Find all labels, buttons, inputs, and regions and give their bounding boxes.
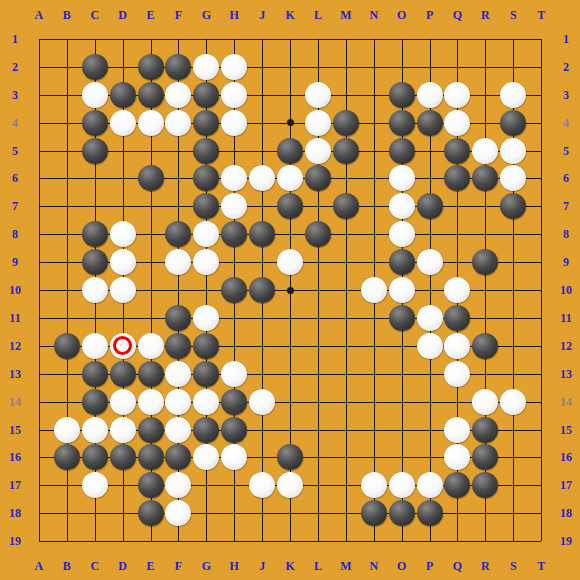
intersection-Q19[interactable]	[443, 527, 471, 555]
intersection-G14[interactable]	[192, 388, 220, 416]
intersection-P3[interactable]	[416, 81, 444, 109]
intersection-H9[interactable]	[220, 248, 248, 276]
intersection-A6[interactable]	[25, 164, 53, 192]
intersection-G17[interactable]	[192, 471, 220, 499]
intersection-A18[interactable]	[25, 499, 53, 527]
intersection-O10[interactable]	[388, 276, 416, 304]
intersection-M13[interactable]	[332, 360, 360, 388]
intersection-N18[interactable]	[360, 499, 388, 527]
intersection-S18[interactable]	[499, 499, 527, 527]
intersection-B13[interactable]	[53, 360, 81, 388]
intersection-B3[interactable]	[53, 81, 81, 109]
intersection-D14[interactable]	[109, 388, 137, 416]
intersection-C9[interactable]	[81, 248, 109, 276]
intersection-J12[interactable]	[248, 332, 276, 360]
intersection-G4[interactable]	[192, 109, 220, 137]
intersection-G3[interactable]	[192, 81, 220, 109]
intersection-R14[interactable]	[471, 388, 499, 416]
intersection-L11[interactable]	[304, 304, 332, 332]
intersection-J9[interactable]	[248, 248, 276, 276]
intersection-R5[interactable]	[471, 137, 499, 165]
intersection-M19[interactable]	[332, 527, 360, 555]
intersection-S12[interactable]	[499, 332, 527, 360]
intersection-B12[interactable]	[53, 332, 81, 360]
intersection-K5[interactable]	[276, 137, 304, 165]
intersection-B7[interactable]	[53, 192, 81, 220]
intersection-O12[interactable]	[388, 332, 416, 360]
intersection-R4[interactable]	[471, 109, 499, 137]
intersection-T3[interactable]	[527, 81, 555, 109]
intersection-L12[interactable]	[304, 332, 332, 360]
intersection-J17[interactable]	[248, 471, 276, 499]
intersection-T2[interactable]	[527, 53, 555, 81]
intersection-E8[interactable]	[137, 220, 165, 248]
intersection-K12[interactable]	[276, 332, 304, 360]
intersection-E10[interactable]	[137, 276, 165, 304]
intersection-K15[interactable]	[276, 416, 304, 444]
intersection-Q17[interactable]	[443, 471, 471, 499]
intersection-M6[interactable]	[332, 164, 360, 192]
intersection-L19[interactable]	[304, 527, 332, 555]
intersection-E2[interactable]	[137, 53, 165, 81]
intersection-G8[interactable]	[192, 220, 220, 248]
intersection-B11[interactable]	[53, 304, 81, 332]
intersection-R1[interactable]	[471, 25, 499, 53]
intersection-N10[interactable]	[360, 276, 388, 304]
intersection-O5[interactable]	[388, 137, 416, 165]
intersection-M11[interactable]	[332, 304, 360, 332]
intersection-L7[interactable]	[304, 192, 332, 220]
intersection-J11[interactable]	[248, 304, 276, 332]
intersection-N1[interactable]	[360, 25, 388, 53]
intersection-Q5[interactable]	[443, 137, 471, 165]
intersection-L10[interactable]	[304, 276, 332, 304]
intersection-M3[interactable]	[332, 81, 360, 109]
intersection-R16[interactable]	[471, 443, 499, 471]
intersection-T11[interactable]	[527, 304, 555, 332]
intersection-L17[interactable]	[304, 471, 332, 499]
intersection-G19[interactable]	[192, 527, 220, 555]
intersection-Q2[interactable]	[443, 53, 471, 81]
intersection-E9[interactable]	[137, 248, 165, 276]
intersection-D5[interactable]	[109, 137, 137, 165]
intersection-S15[interactable]	[499, 416, 527, 444]
intersection-M15[interactable]	[332, 416, 360, 444]
intersection-J4[interactable]	[248, 109, 276, 137]
intersection-M1[interactable]	[332, 25, 360, 53]
intersection-H8[interactable]	[220, 220, 248, 248]
intersection-M7[interactable]	[332, 192, 360, 220]
intersection-F15[interactable]	[164, 416, 192, 444]
intersection-G1[interactable]	[192, 25, 220, 53]
intersection-E4[interactable]	[137, 109, 165, 137]
intersection-B9[interactable]	[53, 248, 81, 276]
intersection-E12[interactable]	[137, 332, 165, 360]
intersection-D2[interactable]	[109, 53, 137, 81]
intersection-O11[interactable]	[388, 304, 416, 332]
intersection-R9[interactable]	[471, 248, 499, 276]
intersection-S5[interactable]	[499, 137, 527, 165]
intersection-P6[interactable]	[416, 164, 444, 192]
intersection-D7[interactable]	[109, 192, 137, 220]
intersection-N15[interactable]	[360, 416, 388, 444]
intersection-D16[interactable]	[109, 443, 137, 471]
intersection-T16[interactable]	[527, 443, 555, 471]
intersection-D4[interactable]	[109, 109, 137, 137]
intersection-O3[interactable]	[388, 81, 416, 109]
intersection-J18[interactable]	[248, 499, 276, 527]
intersection-C13[interactable]	[81, 360, 109, 388]
intersection-B17[interactable]	[53, 471, 81, 499]
intersection-M2[interactable]	[332, 53, 360, 81]
intersection-O19[interactable]	[388, 527, 416, 555]
intersection-N5[interactable]	[360, 137, 388, 165]
intersection-L3[interactable]	[304, 81, 332, 109]
intersection-H6[interactable]	[220, 164, 248, 192]
intersection-J14[interactable]	[248, 388, 276, 416]
intersection-P15[interactable]	[416, 416, 444, 444]
intersection-N2[interactable]	[360, 53, 388, 81]
intersection-A11[interactable]	[25, 304, 53, 332]
intersection-B15[interactable]	[53, 416, 81, 444]
intersection-E13[interactable]	[137, 360, 165, 388]
intersection-J1[interactable]	[248, 25, 276, 53]
intersection-Q16[interactable]	[443, 443, 471, 471]
intersection-E15[interactable]	[137, 416, 165, 444]
intersection-O14[interactable]	[388, 388, 416, 416]
intersection-J3[interactable]	[248, 81, 276, 109]
intersection-H12[interactable]	[220, 332, 248, 360]
intersection-G13[interactable]	[192, 360, 220, 388]
intersection-A19[interactable]	[25, 527, 53, 555]
intersection-C18[interactable]	[81, 499, 109, 527]
intersection-P16[interactable]	[416, 443, 444, 471]
intersection-J6[interactable]	[248, 164, 276, 192]
intersection-D10[interactable]	[109, 276, 137, 304]
intersection-C5[interactable]	[81, 137, 109, 165]
intersection-A7[interactable]	[25, 192, 53, 220]
intersection-C10[interactable]	[81, 276, 109, 304]
intersection-L8[interactable]	[304, 220, 332, 248]
intersection-F11[interactable]	[164, 304, 192, 332]
intersection-A15[interactable]	[25, 416, 53, 444]
intersection-O15[interactable]	[388, 416, 416, 444]
intersection-N7[interactable]	[360, 192, 388, 220]
intersection-S7[interactable]	[499, 192, 527, 220]
intersection-H19[interactable]	[220, 527, 248, 555]
intersection-D18[interactable]	[109, 499, 137, 527]
intersection-B1[interactable]	[53, 25, 81, 53]
intersection-A2[interactable]	[25, 53, 53, 81]
intersection-O2[interactable]	[388, 53, 416, 81]
intersection-D6[interactable]	[109, 164, 137, 192]
intersection-D9[interactable]	[109, 248, 137, 276]
intersection-A14[interactable]	[25, 388, 53, 416]
intersection-C12[interactable]	[81, 332, 109, 360]
intersection-K19[interactable]	[276, 527, 304, 555]
intersection-G10[interactable]	[192, 276, 220, 304]
intersection-E11[interactable]	[137, 304, 165, 332]
intersection-L4[interactable]	[304, 109, 332, 137]
intersection-Q12[interactable]	[443, 332, 471, 360]
intersection-Q4[interactable]	[443, 109, 471, 137]
intersection-K4[interactable]	[276, 109, 304, 137]
intersection-S3[interactable]	[499, 81, 527, 109]
intersection-N6[interactable]	[360, 164, 388, 192]
intersection-N11[interactable]	[360, 304, 388, 332]
intersection-P19[interactable]	[416, 527, 444, 555]
intersection-P4[interactable]	[416, 109, 444, 137]
intersection-P13[interactable]	[416, 360, 444, 388]
intersection-K17[interactable]	[276, 471, 304, 499]
intersection-G9[interactable]	[192, 248, 220, 276]
intersection-M16[interactable]	[332, 443, 360, 471]
intersection-E5[interactable]	[137, 137, 165, 165]
intersection-Q9[interactable]	[443, 248, 471, 276]
intersection-B2[interactable]	[53, 53, 81, 81]
intersection-S10[interactable]	[499, 276, 527, 304]
intersection-M10[interactable]	[332, 276, 360, 304]
intersection-P10[interactable]	[416, 276, 444, 304]
intersection-H14[interactable]	[220, 388, 248, 416]
intersection-M4[interactable]	[332, 109, 360, 137]
intersection-Q18[interactable]	[443, 499, 471, 527]
intersection-C2[interactable]	[81, 53, 109, 81]
intersection-G15[interactable]	[192, 416, 220, 444]
intersection-F3[interactable]	[164, 81, 192, 109]
intersection-J7[interactable]	[248, 192, 276, 220]
intersection-T17[interactable]	[527, 471, 555, 499]
intersection-R6[interactable]	[471, 164, 499, 192]
intersection-S2[interactable]	[499, 53, 527, 81]
intersection-O17[interactable]	[388, 471, 416, 499]
intersection-P17[interactable]	[416, 471, 444, 499]
intersection-O18[interactable]	[388, 499, 416, 527]
intersection-Q3[interactable]	[443, 81, 471, 109]
intersection-R19[interactable]	[471, 527, 499, 555]
intersection-L13[interactable]	[304, 360, 332, 388]
intersection-R15[interactable]	[471, 416, 499, 444]
intersection-D1[interactable]	[109, 25, 137, 53]
intersection-J16[interactable]	[248, 443, 276, 471]
intersection-K7[interactable]	[276, 192, 304, 220]
intersection-H18[interactable]	[220, 499, 248, 527]
intersection-C8[interactable]	[81, 220, 109, 248]
intersection-M18[interactable]	[332, 499, 360, 527]
intersection-E1[interactable]	[137, 25, 165, 53]
intersection-S6[interactable]	[499, 164, 527, 192]
intersection-O4[interactable]	[388, 109, 416, 137]
intersection-O8[interactable]	[388, 220, 416, 248]
intersection-H16[interactable]	[220, 443, 248, 471]
intersection-F10[interactable]	[164, 276, 192, 304]
intersection-H5[interactable]	[220, 137, 248, 165]
intersection-Q11[interactable]	[443, 304, 471, 332]
intersection-S1[interactable]	[499, 25, 527, 53]
intersection-Q6[interactable]	[443, 164, 471, 192]
intersection-F17[interactable]	[164, 471, 192, 499]
intersection-G11[interactable]	[192, 304, 220, 332]
intersection-J8[interactable]	[248, 220, 276, 248]
intersection-S9[interactable]	[499, 248, 527, 276]
intersection-T1[interactable]	[527, 25, 555, 53]
intersection-C15[interactable]	[81, 416, 109, 444]
intersection-L5[interactable]	[304, 137, 332, 165]
intersection-F18[interactable]	[164, 499, 192, 527]
intersection-S16[interactable]	[499, 443, 527, 471]
intersection-R3[interactable]	[471, 81, 499, 109]
intersection-H17[interactable]	[220, 471, 248, 499]
intersection-T14[interactable]	[527, 388, 555, 416]
intersection-C11[interactable]	[81, 304, 109, 332]
intersection-O6[interactable]	[388, 164, 416, 192]
intersection-N13[interactable]	[360, 360, 388, 388]
intersection-R10[interactable]	[471, 276, 499, 304]
intersection-T12[interactable]	[527, 332, 555, 360]
intersection-R11[interactable]	[471, 304, 499, 332]
intersection-B6[interactable]	[53, 164, 81, 192]
intersection-M5[interactable]	[332, 137, 360, 165]
intersection-R18[interactable]	[471, 499, 499, 527]
intersection-A13[interactable]	[25, 360, 53, 388]
intersection-M17[interactable]	[332, 471, 360, 499]
intersection-R2[interactable]	[471, 53, 499, 81]
intersection-C17[interactable]	[81, 471, 109, 499]
intersection-F16[interactable]	[164, 443, 192, 471]
intersection-K8[interactable]	[276, 220, 304, 248]
intersection-K6[interactable]	[276, 164, 304, 192]
intersection-M12[interactable]	[332, 332, 360, 360]
intersection-R8[interactable]	[471, 220, 499, 248]
intersection-T8[interactable]	[527, 220, 555, 248]
intersection-G5[interactable]	[192, 137, 220, 165]
intersection-S13[interactable]	[499, 360, 527, 388]
intersection-P11[interactable]	[416, 304, 444, 332]
intersection-J10[interactable]	[248, 276, 276, 304]
intersection-N14[interactable]	[360, 388, 388, 416]
intersection-G16[interactable]	[192, 443, 220, 471]
intersection-T5[interactable]	[527, 137, 555, 165]
intersection-N12[interactable]	[360, 332, 388, 360]
intersection-Q10[interactable]	[443, 276, 471, 304]
intersection-T15[interactable]	[527, 416, 555, 444]
intersection-C14[interactable]	[81, 388, 109, 416]
intersection-F14[interactable]	[164, 388, 192, 416]
intersection-P7[interactable]	[416, 192, 444, 220]
intersection-M14[interactable]	[332, 388, 360, 416]
intersection-A8[interactable]	[25, 220, 53, 248]
intersection-K9[interactable]	[276, 248, 304, 276]
intersection-B10[interactable]	[53, 276, 81, 304]
intersection-L6[interactable]	[304, 164, 332, 192]
intersection-E17[interactable]	[137, 471, 165, 499]
intersection-M9[interactable]	[332, 248, 360, 276]
intersection-K3[interactable]	[276, 81, 304, 109]
intersection-C6[interactable]	[81, 164, 109, 192]
intersection-B14[interactable]	[53, 388, 81, 416]
intersection-P12[interactable]	[416, 332, 444, 360]
intersection-J19[interactable]	[248, 527, 276, 555]
intersection-G6[interactable]	[192, 164, 220, 192]
intersection-O13[interactable]	[388, 360, 416, 388]
intersection-C4[interactable]	[81, 109, 109, 137]
intersection-R7[interactable]	[471, 192, 499, 220]
intersection-C16[interactable]	[81, 443, 109, 471]
intersection-E14[interactable]	[137, 388, 165, 416]
intersection-L18[interactable]	[304, 499, 332, 527]
intersection-C19[interactable]	[81, 527, 109, 555]
intersection-E18[interactable]	[137, 499, 165, 527]
intersection-S14[interactable]	[499, 388, 527, 416]
intersection-D11[interactable]	[109, 304, 137, 332]
intersection-D12[interactable]	[109, 332, 137, 360]
intersection-F19[interactable]	[164, 527, 192, 555]
intersection-R13[interactable]	[471, 360, 499, 388]
intersection-B16[interactable]	[53, 443, 81, 471]
intersection-T10[interactable]	[527, 276, 555, 304]
intersection-N3[interactable]	[360, 81, 388, 109]
intersection-G12[interactable]	[192, 332, 220, 360]
intersection-P5[interactable]	[416, 137, 444, 165]
intersection-H2[interactable]	[220, 53, 248, 81]
intersection-E16[interactable]	[137, 443, 165, 471]
intersection-G7[interactable]	[192, 192, 220, 220]
intersection-K18[interactable]	[276, 499, 304, 527]
intersection-J5[interactable]	[248, 137, 276, 165]
intersection-N9[interactable]	[360, 248, 388, 276]
intersection-S19[interactable]	[499, 527, 527, 555]
intersection-O1[interactable]	[388, 25, 416, 53]
intersection-A5[interactable]	[25, 137, 53, 165]
intersection-D19[interactable]	[109, 527, 137, 555]
intersection-F6[interactable]	[164, 164, 192, 192]
intersection-Q1[interactable]	[443, 25, 471, 53]
intersection-F8[interactable]	[164, 220, 192, 248]
intersection-C1[interactable]	[81, 25, 109, 53]
intersection-J13[interactable]	[248, 360, 276, 388]
intersection-N4[interactable]	[360, 109, 388, 137]
intersection-B19[interactable]	[53, 527, 81, 555]
intersection-E7[interactable]	[137, 192, 165, 220]
intersection-F12[interactable]	[164, 332, 192, 360]
intersection-S8[interactable]	[499, 220, 527, 248]
intersection-P9[interactable]	[416, 248, 444, 276]
intersection-N17[interactable]	[360, 471, 388, 499]
intersection-D15[interactable]	[109, 416, 137, 444]
intersection-A12[interactable]	[25, 332, 53, 360]
intersection-S4[interactable]	[499, 109, 527, 137]
intersection-N19[interactable]	[360, 527, 388, 555]
intersection-B4[interactable]	[53, 109, 81, 137]
intersection-P1[interactable]	[416, 25, 444, 53]
intersection-N8[interactable]	[360, 220, 388, 248]
intersection-H13[interactable]	[220, 360, 248, 388]
intersection-B18[interactable]	[53, 499, 81, 527]
intersection-Q14[interactable]	[443, 388, 471, 416]
intersection-F9[interactable]	[164, 248, 192, 276]
intersection-T18[interactable]	[527, 499, 555, 527]
intersection-H10[interactable]	[220, 276, 248, 304]
intersection-A16[interactable]	[25, 443, 53, 471]
intersection-P8[interactable]	[416, 220, 444, 248]
intersection-Q7[interactable]	[443, 192, 471, 220]
intersection-S17[interactable]	[499, 471, 527, 499]
intersection-L14[interactable]	[304, 388, 332, 416]
intersection-F4[interactable]	[164, 109, 192, 137]
intersection-H1[interactable]	[220, 25, 248, 53]
intersection-D13[interactable]	[109, 360, 137, 388]
intersection-K11[interactable]	[276, 304, 304, 332]
